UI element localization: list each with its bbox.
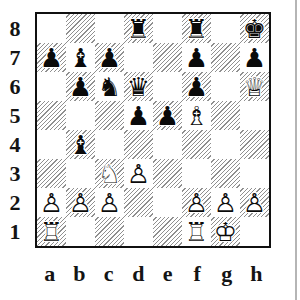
square-d4 [124,130,153,159]
square-e7 [153,43,182,72]
white-king-g1: ♚♔ [211,217,240,246]
square-f4 [182,130,211,159]
white-knight-c3: ♞♘ [95,159,124,188]
square-h8: ♚♚ [240,14,269,43]
square-a3 [37,159,66,188]
square-g7 [211,43,240,72]
black-pawn-a7: ♟♟ [37,43,66,72]
square-f5: ♝♗ [182,101,211,130]
chess-board: ♜♜♜♜♚♚♟♟♝♝♟♟♟♟♟♟♟♟♞♞♛♛♟♟♛♕♟♟♟♟♝♗♝♝♞♘♟♙♟♙… [35,12,271,248]
square-b2: ♟♙ [66,188,95,217]
square-f8: ♜♜ [182,14,211,43]
square-h1 [240,217,269,246]
white-pawn-icon: ♙ [40,190,63,216]
white-pawn-h2: ♟♙ [240,188,269,217]
white-pawn-icon: ♙ [185,190,208,216]
chess-diagram: 87654321 ♜♜♜♜♚♚♟♟♝♝♟♟♟♟♟♟♟♟♞♞♛♛♟♟♛♕♟♟♟♟♝… [0,0,300,300]
square-c6: ♞♞ [95,72,124,101]
rank-labels: 87654321 [2,14,28,246]
square-e8 [153,14,182,43]
square-f1: ♜♖ [182,217,211,246]
square-e3 [153,159,182,188]
square-a7: ♟♟ [37,43,66,72]
square-c2: ♟♙ [95,188,124,217]
rank-label-5: 5 [2,101,28,130]
file-label-e: e [153,256,183,292]
white-king-icon: ♔ [214,219,237,245]
white-knight-icon: ♘ [98,161,121,187]
square-e5: ♟♟ [153,101,182,130]
square-g5 [211,101,240,130]
black-bishop-b4: ♝♝ [66,130,95,159]
square-b6: ♟♟ [66,72,95,101]
white-pawn-icon: ♙ [243,190,266,216]
white-pawn-icon: ♙ [69,190,92,216]
file-label-a: a [35,256,65,292]
square-e1 [153,217,182,246]
black-pawn-icon: ♟ [40,45,63,71]
square-d8: ♜♜ [124,14,153,43]
black-rook-icon: ♜ [185,16,208,42]
white-queen-h6: ♛♕ [240,72,269,101]
black-pawn-e5: ♟♟ [153,101,182,130]
square-h2: ♟♙ [240,188,269,217]
file-labels: abcdefgh [35,256,271,292]
black-pawn-icon: ♟ [185,45,208,71]
rank-label-3: 3 [2,159,28,188]
rank-label-2: 2 [2,188,28,217]
black-pawn-icon: ♟ [127,103,150,129]
square-d1 [124,217,153,246]
square-a6 [37,72,66,101]
square-f6: ♟♟ [182,72,211,101]
black-knight-icon: ♞ [98,74,121,100]
square-d5: ♟♟ [124,101,153,130]
black-pawn-f6: ♟♟ [182,72,211,101]
black-king-icon: ♚ [243,16,266,42]
square-d6: ♛♛ [124,72,153,101]
black-rook-icon: ♜ [127,16,150,42]
white-rook-f1: ♜♖ [182,217,211,246]
rank-label-1: 1 [2,217,28,246]
black-pawn-icon: ♟ [98,45,121,71]
black-rook-f8: ♜♜ [182,14,211,43]
square-f2: ♟♙ [182,188,211,217]
square-f7: ♟♟ [182,43,211,72]
white-rook-a1: ♜♖ [37,217,66,246]
square-d2 [124,188,153,217]
square-g8 [211,14,240,43]
square-b4: ♝♝ [66,130,95,159]
square-a5 [37,101,66,130]
square-c1 [95,217,124,246]
white-bishop-f5: ♝♗ [182,101,211,130]
square-g2: ♟♙ [211,188,240,217]
square-e2 [153,188,182,217]
square-h7: ♟♟ [240,43,269,72]
black-pawn-f7: ♟♟ [182,43,211,72]
black-bishop-b7: ♝♝ [66,43,95,72]
white-pawn-d3: ♟♙ [124,159,153,188]
square-h3 [240,159,269,188]
square-c7: ♟♟ [95,43,124,72]
black-bishop-icon: ♝ [69,132,92,158]
black-pawn-icon: ♟ [156,103,179,129]
file-label-h: h [242,256,272,292]
black-queen-icon: ♛ [127,74,150,100]
square-g1: ♚♔ [211,217,240,246]
white-rook-icon: ♖ [185,219,208,245]
white-pawn-icon: ♙ [98,190,121,216]
black-pawn-icon: ♟ [69,74,92,100]
square-a8 [37,14,66,43]
white-pawn-f2: ♟♙ [182,188,211,217]
square-a1: ♜♖ [37,217,66,246]
black-pawn-icon: ♟ [185,74,208,100]
square-e6 [153,72,182,101]
black-pawn-d5: ♟♟ [124,101,153,130]
white-bishop-icon: ♗ [185,103,208,129]
square-b8 [66,14,95,43]
square-c5 [95,101,124,130]
black-knight-c6: ♞♞ [95,72,124,101]
square-b7: ♝♝ [66,43,95,72]
square-g6 [211,72,240,101]
black-pawn-h7: ♟♟ [240,43,269,72]
rank-label-7: 7 [2,43,28,72]
square-b1 [66,217,95,246]
rank-label-6: 6 [2,72,28,101]
square-h5 [240,101,269,130]
white-pawn-c2: ♟♙ [95,188,124,217]
rank-label-8: 8 [2,14,28,43]
black-pawn-icon: ♟ [243,45,266,71]
white-pawn-icon: ♙ [127,161,150,187]
file-label-b: b [65,256,95,292]
square-b3 [66,159,95,188]
file-label-c: c [94,256,124,292]
black-queen-d6: ♛♛ [124,72,153,101]
black-king-h8: ♚♚ [240,14,269,43]
white-pawn-g2: ♟♙ [211,188,240,217]
square-a4 [37,130,66,159]
white-pawn-icon: ♙ [214,190,237,216]
square-c3: ♞♘ [95,159,124,188]
square-h6: ♛♕ [240,72,269,101]
square-h4 [240,130,269,159]
white-queen-icon: ♕ [243,74,266,100]
white-pawn-a2: ♟♙ [37,188,66,217]
square-a2: ♟♙ [37,188,66,217]
square-d7 [124,43,153,72]
square-g3 [211,159,240,188]
black-pawn-c7: ♟♟ [95,43,124,72]
square-c4 [95,130,124,159]
black-rook-d8: ♜♜ [124,14,153,43]
file-label-g: g [212,256,242,292]
white-rook-icon: ♖ [40,219,63,245]
rank-label-4: 4 [2,130,28,159]
black-pawn-b6: ♟♟ [66,72,95,101]
scan-edge-artifact [295,0,297,300]
square-f3 [182,159,211,188]
file-label-d: d [124,256,154,292]
square-e4 [153,130,182,159]
black-bishop-icon: ♝ [69,45,92,71]
square-c8 [95,14,124,43]
square-g4 [211,130,240,159]
square-b5 [66,101,95,130]
square-d3: ♟♙ [124,159,153,188]
white-pawn-b2: ♟♙ [66,188,95,217]
file-label-f: f [183,256,213,292]
